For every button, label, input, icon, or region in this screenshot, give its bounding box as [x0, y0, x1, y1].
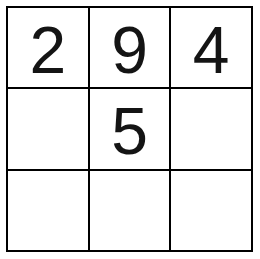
cell-r1c1[interactable]: 5 — [90, 89, 170, 168]
puzzle-page: 2 9 4 5 — [0, 0, 260, 259]
cell-value-r0c0: 2 — [29, 17, 66, 83]
number-grid-board: 2 9 4 5 — [6, 6, 253, 252]
cell-value-r1c1: 5 — [111, 98, 148, 164]
cell-r2c2[interactable] — [171, 171, 251, 250]
cell-r0c2[interactable]: 4 — [171, 8, 251, 87]
cell-r1c2[interactable] — [171, 89, 251, 168]
cell-r0c0[interactable]: 2 — [8, 8, 88, 87]
cell-value-r0c1: 9 — [111, 17, 148, 83]
cell-value-r0c2: 4 — [193, 17, 230, 83]
cell-r2c1[interactable] — [90, 171, 170, 250]
cell-r1c0[interactable] — [8, 89, 88, 168]
cell-r2c0[interactable] — [8, 171, 88, 250]
cell-r0c1[interactable]: 9 — [90, 8, 170, 87]
